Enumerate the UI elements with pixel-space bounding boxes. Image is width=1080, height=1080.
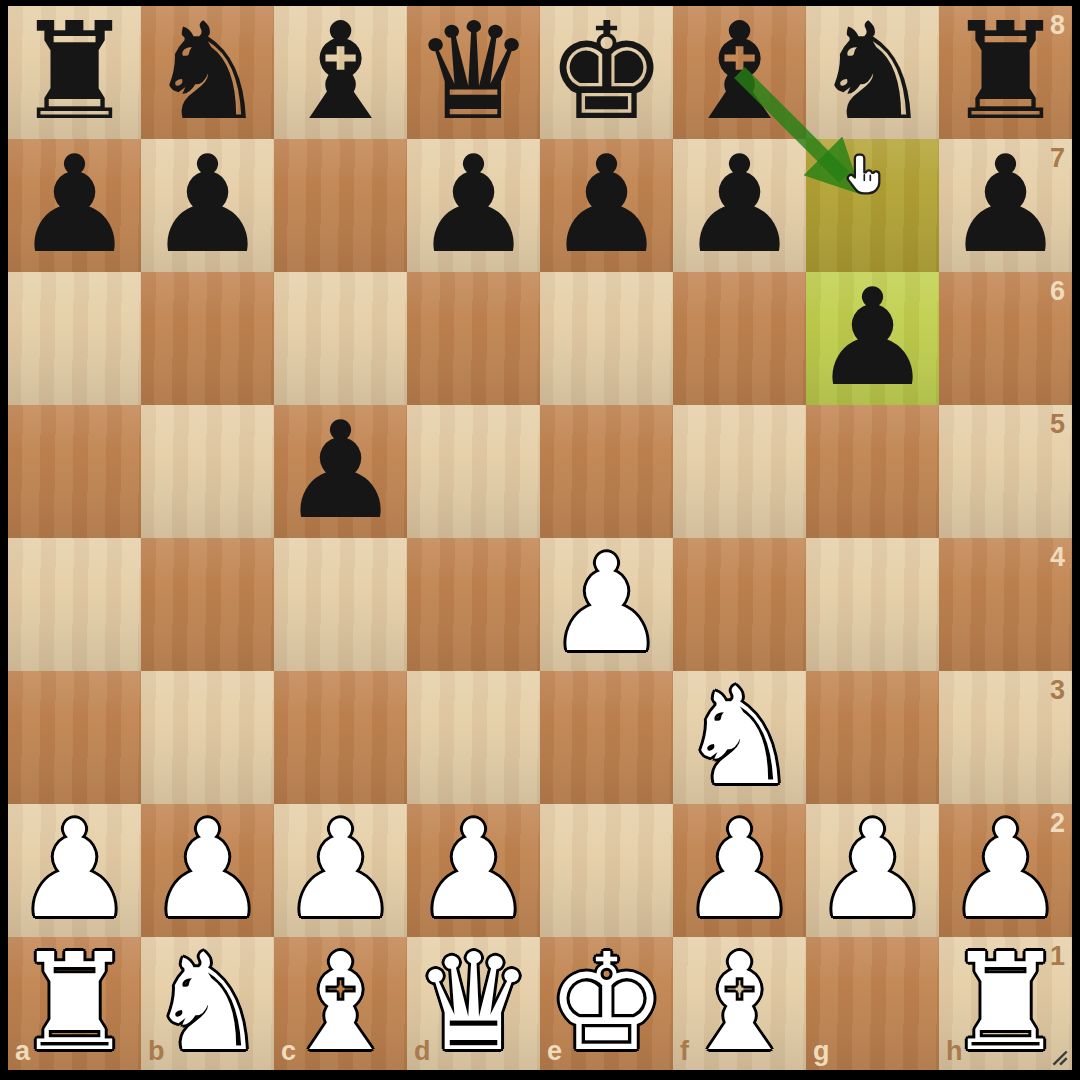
square-c5[interactable]: ♟ xyxy=(274,405,407,538)
square-g6[interactable]: ♟ xyxy=(806,272,939,405)
piece-black-king[interactable]: ♚ xyxy=(546,6,666,139)
chess-board: ♜♞♝♛♚♝♞♜8♟♟♟♟♟♟7♟6♟5♟4♞3♟♟♟♟♟♟♟2♜a♞b♝c♛d… xyxy=(8,6,1072,1070)
square-h7[interactable]: ♟7 xyxy=(939,139,1072,272)
square-a6[interactable] xyxy=(8,272,141,405)
square-h6[interactable]: 6 xyxy=(939,272,1072,405)
file-label-d: d xyxy=(414,1038,431,1065)
piece-white-pawn[interactable]: ♟ xyxy=(945,804,1065,937)
piece-white-pawn[interactable]: ♟ xyxy=(413,804,533,937)
piece-black-pawn[interactable]: ♟ xyxy=(413,139,533,272)
square-f4[interactable] xyxy=(673,538,806,671)
file-label-c: c xyxy=(281,1038,296,1065)
square-e2[interactable] xyxy=(540,804,673,937)
rank-label-8: 8 xyxy=(1050,12,1065,39)
piece-white-bishop[interactable]: ♝ xyxy=(280,937,400,1070)
square-d5[interactable] xyxy=(407,405,540,538)
square-c4[interactable] xyxy=(274,538,407,671)
piece-black-pawn[interactable]: ♟ xyxy=(147,139,267,272)
rank-label-7: 7 xyxy=(1050,145,1065,172)
piece-black-knight[interactable]: ♞ xyxy=(812,6,932,139)
square-f2[interactable]: ♟ xyxy=(673,804,806,937)
square-c8[interactable]: ♝ xyxy=(274,6,407,139)
square-a2[interactable]: ♟ xyxy=(8,804,141,937)
chess-app-stage: ♜♞♝♛♚♝♞♜8♟♟♟♟♟♟7♟6♟5♟4♞3♟♟♟♟♟♟♟2♜a♞b♝c♛d… xyxy=(0,0,1080,1080)
piece-white-knight[interactable]: ♞ xyxy=(147,937,267,1070)
square-h8[interactable]: ♜8 xyxy=(939,6,1072,139)
piece-black-pawn[interactable]: ♟ xyxy=(812,272,932,405)
square-c2[interactable]: ♟ xyxy=(274,804,407,937)
square-e6[interactable] xyxy=(540,272,673,405)
square-h2[interactable]: ♟2 xyxy=(939,804,1072,937)
piece-black-bishop[interactable]: ♝ xyxy=(679,6,799,139)
square-g3[interactable] xyxy=(806,671,939,804)
square-f1[interactable]: ♝f xyxy=(673,937,806,1070)
square-d4[interactable] xyxy=(407,538,540,671)
piece-black-queen[interactable]: ♛ xyxy=(413,6,533,139)
piece-white-pawn[interactable]: ♟ xyxy=(14,804,134,937)
square-b4[interactable] xyxy=(141,538,274,671)
square-d7[interactable]: ♟ xyxy=(407,139,540,272)
board-resize-handle[interactable] xyxy=(1048,1046,1070,1068)
piece-white-pawn[interactable]: ♟ xyxy=(546,538,666,671)
square-d3[interactable] xyxy=(407,671,540,804)
piece-white-king[interactable]: ♚ xyxy=(546,937,666,1070)
square-e5[interactable] xyxy=(540,405,673,538)
square-f3[interactable]: ♞ xyxy=(673,671,806,804)
square-c7[interactable] xyxy=(274,139,407,272)
piece-white-pawn[interactable]: ♟ xyxy=(679,804,799,937)
piece-black-rook[interactable]: ♜ xyxy=(945,6,1065,139)
piece-white-bishop[interactable]: ♝ xyxy=(679,937,799,1070)
file-label-h: h xyxy=(946,1038,963,1065)
piece-white-queen[interactable]: ♛ xyxy=(413,937,533,1070)
piece-black-pawn[interactable]: ♟ xyxy=(280,405,400,538)
file-label-g: g xyxy=(813,1038,830,1065)
piece-black-pawn[interactable]: ♟ xyxy=(546,139,666,272)
square-b5[interactable] xyxy=(141,405,274,538)
piece-black-pawn[interactable]: ♟ xyxy=(679,139,799,272)
square-b8[interactable]: ♞ xyxy=(141,6,274,139)
piece-black-knight[interactable]: ♞ xyxy=(147,6,267,139)
rank-label-5: 5 xyxy=(1050,411,1065,438)
square-a1[interactable]: ♜a xyxy=(8,937,141,1070)
file-label-f: f xyxy=(680,1038,689,1065)
square-a4[interactable] xyxy=(8,538,141,671)
square-d2[interactable]: ♟ xyxy=(407,804,540,937)
square-b7[interactable]: ♟ xyxy=(141,139,274,272)
piece-white-rook[interactable]: ♜ xyxy=(14,937,134,1070)
rank-label-2: 2 xyxy=(1050,810,1065,837)
piece-black-bishop[interactable]: ♝ xyxy=(280,6,400,139)
square-f7[interactable]: ♟ xyxy=(673,139,806,272)
square-a3[interactable] xyxy=(8,671,141,804)
rank-label-1: 1 xyxy=(1050,943,1065,970)
square-c1[interactable]: ♝c xyxy=(274,937,407,1070)
square-d6[interactable] xyxy=(407,272,540,405)
piece-white-pawn[interactable]: ♟ xyxy=(280,804,400,937)
square-g4[interactable] xyxy=(806,538,939,671)
square-e1[interactable]: ♚e xyxy=(540,937,673,1070)
square-f6[interactable] xyxy=(673,272,806,405)
square-e4[interactable]: ♟ xyxy=(540,538,673,671)
square-g2[interactable]: ♟ xyxy=(806,804,939,937)
file-label-e: e xyxy=(547,1038,562,1065)
piece-white-pawn[interactable]: ♟ xyxy=(147,804,267,937)
square-g8[interactable]: ♞ xyxy=(806,6,939,139)
square-f5[interactable] xyxy=(673,405,806,538)
piece-black-rook[interactable]: ♜ xyxy=(14,6,134,139)
rank-label-3: 3 xyxy=(1050,677,1065,704)
square-e7[interactable]: ♟ xyxy=(540,139,673,272)
square-a8[interactable]: ♜ xyxy=(8,6,141,139)
rank-label-4: 4 xyxy=(1050,544,1065,571)
square-g7[interactable] xyxy=(806,139,939,272)
square-e8[interactable]: ♚ xyxy=(540,6,673,139)
square-e3[interactable] xyxy=(540,671,673,804)
square-d8[interactable]: ♛ xyxy=(407,6,540,139)
square-g5[interactable] xyxy=(806,405,939,538)
file-label-a: a xyxy=(15,1038,30,1065)
square-b6[interactable] xyxy=(141,272,274,405)
piece-black-pawn[interactable]: ♟ xyxy=(14,139,134,272)
square-b2[interactable]: ♟ xyxy=(141,804,274,937)
square-a7[interactable]: ♟ xyxy=(8,139,141,272)
square-f8[interactable]: ♝ xyxy=(673,6,806,139)
square-c6[interactable] xyxy=(274,272,407,405)
square-h4[interactable]: 4 xyxy=(939,538,1072,671)
square-d1[interactable]: ♛d xyxy=(407,937,540,1070)
square-b1[interactable]: ♞b xyxy=(141,937,274,1070)
square-h5[interactable]: 5 xyxy=(939,405,1072,538)
square-c3[interactable] xyxy=(274,671,407,804)
square-a5[interactable] xyxy=(8,405,141,538)
piece-white-pawn[interactable]: ♟ xyxy=(812,804,932,937)
square-h3[interactable]: 3 xyxy=(939,671,1072,804)
rank-label-6: 6 xyxy=(1050,278,1065,305)
square-g1[interactable]: g xyxy=(806,937,939,1070)
square-b3[interactable] xyxy=(141,671,274,804)
piece-white-knight[interactable]: ♞ xyxy=(679,671,799,804)
file-label-b: b xyxy=(148,1038,165,1065)
piece-black-pawn[interactable]: ♟ xyxy=(945,139,1065,272)
